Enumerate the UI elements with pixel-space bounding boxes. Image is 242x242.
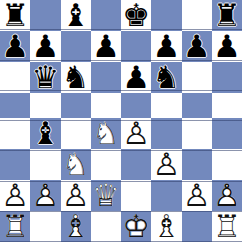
- square-d1[interactable]: [91, 211, 121, 242]
- square-a5[interactable]: [0, 93, 30, 118]
- square-g5[interactable]: [182, 93, 212, 118]
- square-a1[interactable]: ♜♖: [0, 211, 30, 242]
- square-g8[interactable]: [182, 0, 212, 31]
- white-king-piece[interactable]: ♚♔: [122, 211, 150, 242]
- square-b3[interactable]: [30, 149, 60, 180]
- piece-outline-glyph: ♘: [92, 118, 120, 149]
- square-c7[interactable]: [61, 31, 91, 62]
- piece-outline-glyph: ♙: [213, 180, 241, 211]
- square-g1[interactable]: [182, 211, 212, 242]
- square-a4[interactable]: [0, 118, 30, 149]
- white-knight-piece[interactable]: ♞♘: [92, 118, 120, 149]
- square-h1[interactable]: ♜♖: [212, 211, 242, 242]
- piece-outline-glyph: ♙: [122, 118, 150, 149]
- square-e3[interactable]: [121, 149, 151, 180]
- piece-outline-glyph: ♙: [183, 180, 211, 211]
- square-b6[interactable]: ♛: [30, 62, 60, 93]
- square-b7[interactable]: ♟: [30, 31, 60, 62]
- piece-outline-glyph: ♗: [62, 211, 90, 242]
- square-e8[interactable]: ♚: [121, 0, 151, 31]
- square-f6[interactable]: ♞: [151, 62, 181, 93]
- black-bishop-piece[interactable]: ♝: [62, 0, 90, 31]
- chess-board-container: ♜♝♚♜♟♟♟♟♟♟♛♞♟♞♝♞♘♟♙♞♘♟♙♟♙♟♙♟♙♛♕♟♙♟♙♜♖♝♗♚…: [0, 0, 242, 242]
- square-g2[interactable]: ♟♙: [182, 180, 212, 211]
- square-d6[interactable]: [91, 62, 121, 93]
- piece-outline-glyph: ♖: [1, 211, 29, 242]
- square-a2[interactable]: ♟♙: [0, 180, 30, 211]
- square-f5[interactable]: [151, 93, 181, 118]
- black-knight-piece[interactable]: ♞: [62, 62, 90, 93]
- white-pawn-piece[interactable]: ♟♙: [213, 180, 241, 211]
- white-pawn-piece[interactable]: ♟♙: [31, 180, 59, 211]
- square-e6[interactable]: ♟: [121, 62, 151, 93]
- black-pawn-piece[interactable]: ♟: [183, 31, 211, 62]
- square-c1[interactable]: ♝♗: [61, 211, 91, 242]
- square-e2[interactable]: [121, 180, 151, 211]
- square-d2[interactable]: ♛♕: [91, 180, 121, 211]
- black-pawn-piece[interactable]: ♟: [152, 31, 180, 62]
- square-h5[interactable]: [212, 93, 242, 118]
- square-a7[interactable]: ♟: [0, 31, 30, 62]
- square-b2[interactable]: ♟♙: [30, 180, 60, 211]
- black-queen-piece[interactable]: ♛: [31, 62, 59, 93]
- black-king-piece[interactable]: ♚: [122, 0, 150, 31]
- square-d4[interactable]: ♞♘: [91, 118, 121, 149]
- black-rook-piece[interactable]: ♜: [1, 0, 29, 31]
- white-pawn-piece[interactable]: ♟♙: [183, 180, 211, 211]
- white-pawn-piece[interactable]: ♟♙: [1, 180, 29, 211]
- square-g3[interactable]: [182, 149, 212, 180]
- piece-outline-glyph: ♙: [31, 180, 59, 211]
- piece-outline-glyph: ♙: [1, 180, 29, 211]
- black-pawn-piece[interactable]: ♟: [122, 62, 150, 93]
- black-knight-piece[interactable]: ♞: [152, 62, 180, 93]
- square-h6[interactable]: [212, 62, 242, 93]
- piece-outline-glyph: ♙: [152, 149, 180, 180]
- piece-outline-glyph: ♖: [213, 211, 241, 242]
- black-rook-piece[interactable]: ♜: [213, 0, 241, 31]
- square-d7[interactable]: ♟: [91, 31, 121, 62]
- white-bishop-piece[interactable]: ♝♗: [152, 211, 180, 242]
- square-h7[interactable]: ♟: [212, 31, 242, 62]
- piece-outline-glyph: ♗: [152, 211, 180, 242]
- square-b8[interactable]: [30, 0, 60, 31]
- square-c2[interactable]: ♟♙: [61, 180, 91, 211]
- white-rook-piece[interactable]: ♜♖: [1, 211, 29, 242]
- square-f1[interactable]: ♝♗: [151, 211, 181, 242]
- square-c3[interactable]: ♞♘: [61, 149, 91, 180]
- square-f2[interactable]: [151, 180, 181, 211]
- square-h2[interactable]: ♟♙: [212, 180, 242, 211]
- square-a6[interactable]: [0, 62, 30, 93]
- piece-outline-glyph: ♙: [62, 180, 90, 211]
- square-a8[interactable]: ♜: [0, 0, 30, 31]
- square-c4[interactable]: [61, 118, 91, 149]
- white-knight-piece[interactable]: ♞♘: [62, 149, 90, 180]
- piece-outline-glyph: ♘: [62, 149, 90, 180]
- square-d3[interactable]: [91, 149, 121, 180]
- square-f3[interactable]: ♟♙: [151, 149, 181, 180]
- square-h3[interactable]: [212, 149, 242, 180]
- square-a3[interactable]: [0, 149, 30, 180]
- square-f7[interactable]: ♟: [151, 31, 181, 62]
- square-g7[interactable]: ♟: [182, 31, 212, 62]
- square-b1[interactable]: [30, 211, 60, 242]
- square-g4[interactable]: [182, 118, 212, 149]
- square-g6[interactable]: [182, 62, 212, 93]
- black-pawn-piece[interactable]: ♟: [31, 31, 59, 62]
- square-e4[interactable]: ♟♙: [121, 118, 151, 149]
- square-d8[interactable]: [91, 0, 121, 31]
- white-bishop-piece[interactable]: ♝♗: [62, 211, 90, 242]
- square-h8[interactable]: ♜: [212, 0, 242, 31]
- black-bishop-piece[interactable]: ♝: [31, 118, 59, 149]
- black-pawn-piece[interactable]: ♟: [92, 31, 120, 62]
- square-e1[interactable]: ♚♔: [121, 211, 151, 242]
- square-c6[interactable]: ♞: [61, 62, 91, 93]
- chess-board: ♜♝♚♜♟♟♟♟♟♟♛♞♟♞♝♞♘♟♙♞♘♟♙♟♙♟♙♟♙♛♕♟♙♟♙♜♖♝♗♚…: [0, 0, 242, 242]
- square-b4[interactable]: ♝: [30, 118, 60, 149]
- white-pawn-piece[interactable]: ♟♙: [152, 149, 180, 180]
- square-h4[interactable]: [212, 118, 242, 149]
- square-f8[interactable]: [151, 0, 181, 31]
- piece-outline-glyph: ♕: [92, 180, 120, 211]
- square-c8[interactable]: ♝: [61, 0, 91, 31]
- black-pawn-piece[interactable]: ♟: [1, 31, 29, 62]
- black-pawn-piece[interactable]: ♟: [213, 31, 241, 62]
- square-e7[interactable]: [121, 31, 151, 62]
- square-f4[interactable]: [151, 118, 181, 149]
- white-rook-piece[interactable]: ♜♖: [213, 211, 241, 242]
- piece-outline-glyph: ♔: [122, 211, 150, 242]
- square-c5[interactable]: [61, 93, 91, 118]
- white-queen-piece[interactable]: ♛♕: [92, 180, 120, 211]
- white-pawn-piece[interactable]: ♟♙: [62, 180, 90, 211]
- white-pawn-piece[interactable]: ♟♙: [122, 118, 150, 149]
